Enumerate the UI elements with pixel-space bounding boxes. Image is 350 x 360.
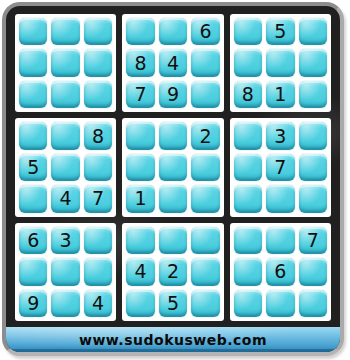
cell-r5c4[interactable]: [126, 154, 154, 181]
cell-r9c7[interactable]: [234, 290, 262, 317]
cell-r6c5[interactable]: [159, 185, 187, 212]
cell-r4c6[interactable]: 2: [191, 122, 219, 149]
cell-r5c3[interactable]: [84, 154, 112, 181]
cell-r5c6[interactable]: [191, 154, 219, 181]
cell-r2c7[interactable]: [234, 49, 262, 76]
box-r1c1: [15, 14, 116, 112]
cell-r9c9[interactable]: [299, 290, 327, 317]
cell-r1c1[interactable]: [19, 18, 47, 45]
cell-r8c1[interactable]: [19, 258, 47, 285]
box-r3c1: 6394: [15, 223, 116, 321]
cell-r1c8[interactable]: 5: [266, 18, 294, 45]
cell-r9c4[interactable]: [126, 290, 154, 317]
cell-r3c4[interactable]: 7: [126, 81, 154, 108]
cell-r3c9[interactable]: [299, 81, 327, 108]
cell-r2c3[interactable]: [84, 49, 112, 76]
cell-r8c6[interactable]: [191, 258, 219, 285]
cell-r9c1[interactable]: 9: [19, 290, 47, 317]
cell-r1c6[interactable]: 6: [191, 18, 219, 45]
cell-r8c5[interactable]: 2: [159, 258, 187, 285]
box-r3c3: 76: [230, 223, 331, 321]
cell-r6c9[interactable]: [299, 185, 327, 212]
cell-r2c9[interactable]: [299, 49, 327, 76]
cell-r5c5[interactable]: [159, 154, 187, 181]
cell-r7c5[interactable]: [159, 227, 187, 254]
cell-r1c5[interactable]: [159, 18, 187, 45]
box-r2c1: 8547: [15, 118, 116, 216]
cell-r2c8[interactable]: [266, 49, 294, 76]
cell-r4c9[interactable]: [299, 122, 327, 149]
cell-r6c7[interactable]: [234, 185, 262, 212]
cell-r6c4[interactable]: 1: [126, 185, 154, 212]
box-r2c3: 37: [230, 118, 331, 216]
cell-r8c9[interactable]: [299, 258, 327, 285]
cell-r3c2[interactable]: [51, 81, 79, 108]
cell-r5c9[interactable]: [299, 154, 327, 181]
cell-r2c6[interactable]: [191, 49, 219, 76]
cell-r9c3[interactable]: 4: [84, 290, 112, 317]
cell-r3c7[interactable]: 8: [234, 81, 262, 108]
cell-r4c8[interactable]: 3: [266, 122, 294, 149]
box-r1c2: 68479: [122, 14, 223, 112]
cell-r5c1[interactable]: 5: [19, 154, 47, 181]
cell-r7c1[interactable]: 6: [19, 227, 47, 254]
cell-r2c5[interactable]: 4: [159, 49, 187, 76]
cell-r8c2[interactable]: [51, 258, 79, 285]
sudoku-board: 6847958185472137639442576 www.sudokusweb…: [2, 2, 344, 356]
cell-r7c9[interactable]: 7: [299, 227, 327, 254]
cell-r3c6[interactable]: [191, 81, 219, 108]
cell-r8c7[interactable]: [234, 258, 262, 285]
cell-r7c8[interactable]: [266, 227, 294, 254]
cell-r7c2[interactable]: 3: [51, 227, 79, 254]
cell-r6c6[interactable]: [191, 185, 219, 212]
cell-r4c1[interactable]: [19, 122, 47, 149]
box-r2c2: 21: [122, 118, 223, 216]
cell-r3c3[interactable]: [84, 81, 112, 108]
cell-r6c2[interactable]: 4: [51, 185, 79, 212]
cell-r1c4[interactable]: [126, 18, 154, 45]
cell-r6c8[interactable]: [266, 185, 294, 212]
cell-r6c3[interactable]: 7: [84, 185, 112, 212]
cell-r8c3[interactable]: [84, 258, 112, 285]
cell-r8c4[interactable]: 4: [126, 258, 154, 285]
cell-r7c7[interactable]: [234, 227, 262, 254]
cell-r5c2[interactable]: [51, 154, 79, 181]
cell-r3c5[interactable]: 9: [159, 81, 187, 108]
footer-band: www.sudokusweb.com: [6, 327, 340, 352]
cell-r4c7[interactable]: [234, 122, 262, 149]
cell-r5c8[interactable]: 7: [266, 154, 294, 181]
cell-r1c7[interactable]: [234, 18, 262, 45]
cell-r2c1[interactable]: [19, 49, 47, 76]
cell-r9c2[interactable]: [51, 290, 79, 317]
cell-r9c8[interactable]: [266, 290, 294, 317]
sudoku-grid: 6847958185472137639442576: [6, 6, 340, 327]
cell-r1c2[interactable]: [51, 18, 79, 45]
cell-r3c1[interactable]: [19, 81, 47, 108]
cell-r5c7[interactable]: [234, 154, 262, 181]
box-r1c3: 581: [230, 14, 331, 112]
cell-r4c2[interactable]: [51, 122, 79, 149]
cell-r7c4[interactable]: [126, 227, 154, 254]
cell-r9c5[interactable]: 5: [159, 290, 187, 317]
cell-r2c4[interactable]: 8: [126, 49, 154, 76]
cell-r7c3[interactable]: [84, 227, 112, 254]
cell-r3c8[interactable]: 1: [266, 81, 294, 108]
board-inner: 6847958185472137639442576 www.sudokusweb…: [6, 6, 340, 352]
cell-r4c3[interactable]: 8: [84, 122, 112, 149]
cell-r7c6[interactable]: [191, 227, 219, 254]
cell-r6c1[interactable]: [19, 185, 47, 212]
box-r3c2: 425: [122, 223, 223, 321]
cell-r1c9[interactable]: [299, 18, 327, 45]
cell-r4c5[interactable]: [159, 122, 187, 149]
cell-r4c4[interactable]: [126, 122, 154, 149]
cell-r2c2[interactable]: [51, 49, 79, 76]
cell-r8c8[interactable]: 6: [266, 258, 294, 285]
cell-r9c6[interactable]: [191, 290, 219, 317]
footer-url: www.sudokusweb.com: [79, 332, 267, 348]
cell-r1c3[interactable]: [84, 18, 112, 45]
